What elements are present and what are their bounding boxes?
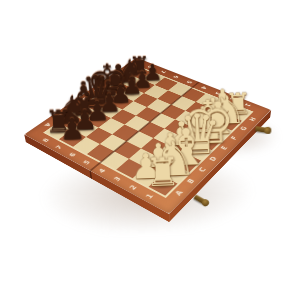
square-a4[interactable] bbox=[101, 151, 129, 170]
square-b5[interactable] bbox=[100, 134, 127, 151]
piece-white-rook-a1[interactable]: ♜ bbox=[144, 153, 181, 194]
chess-set-photo: AABBCCDDEEFFGGHH1122334455667788 ♜♟♞♟♝♟♚… bbox=[0, 0, 285, 285]
camera-roll-wrapper: AABBCCDDEEFFGGHH1122334455667788 ♜♟♞♟♝♟♚… bbox=[0, 0, 285, 285]
piece-black-pawn-a7[interactable]: ♟ bbox=[59, 115, 86, 145]
square-a5[interactable] bbox=[87, 144, 115, 162]
square-c5[interactable] bbox=[112, 125, 138, 141]
